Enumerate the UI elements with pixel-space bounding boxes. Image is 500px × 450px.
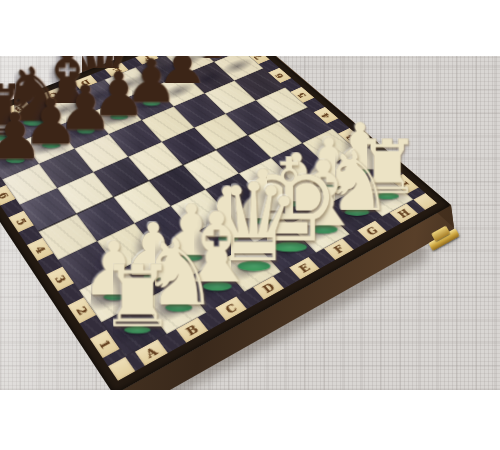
frame-corner-cell-0: [108, 357, 135, 381]
rook-glyph: ♜: [99, 263, 176, 332]
scene-background-fabric: AABBCCDDEEFFGGHH1122334455667788 ♜♞♝♛♚♝♞…: [0, 56, 500, 390]
top-white-margin: [0, 0, 500, 56]
pieces-layer: ♜♞♝♛♚♝♞♜♟♟♟♟♟♟♟♟♟♟♟♟♟♟♟♟♜♞♝♛♚♝♞♜: [0, 56, 413, 357]
pawn-glyph: ♟: [0, 111, 43, 162]
chess-set-photo: AABBCCDDEEFFGGHH1122334455667788 ♜♞♝♛♚♝♞…: [0, 0, 500, 450]
bottom-white-margin: [0, 390, 500, 450]
